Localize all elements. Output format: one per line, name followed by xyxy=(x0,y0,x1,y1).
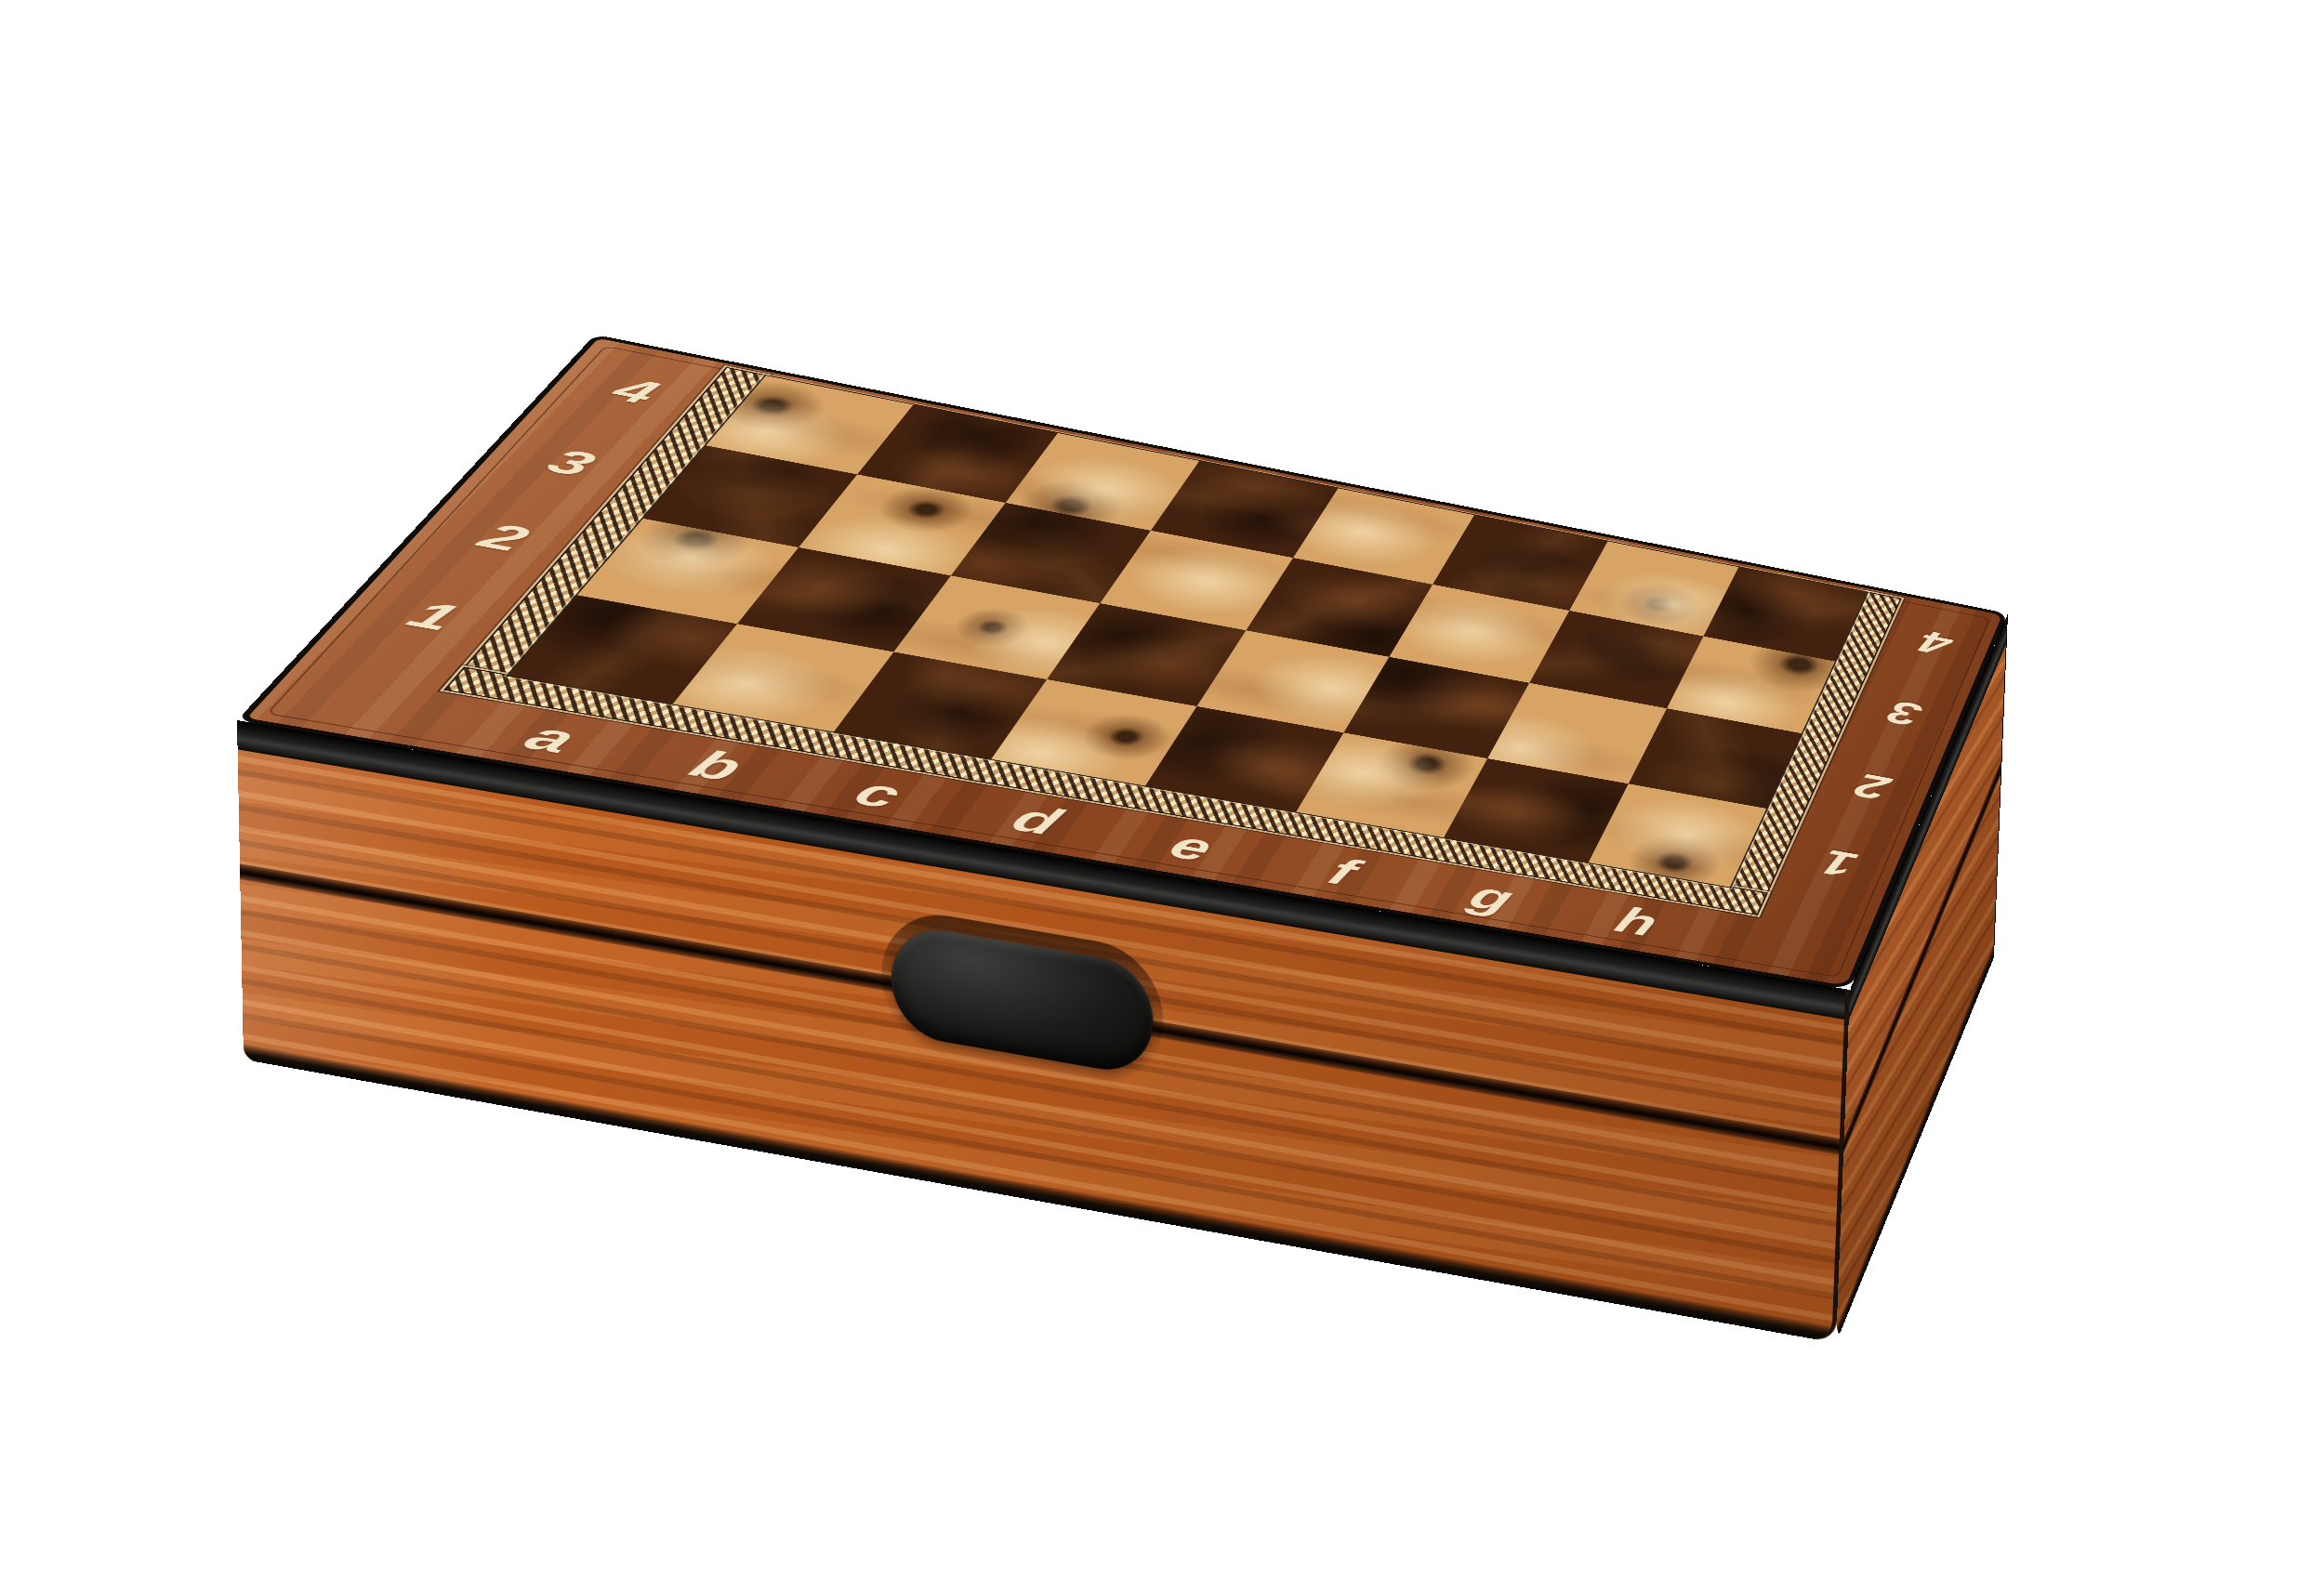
product-photo-stage: abcdefgh43214321 xyxy=(0,0,2324,1593)
front-bottom-trim xyxy=(244,1045,1832,1342)
latch-handle[interactable] xyxy=(891,922,1154,1078)
right-bottom-trim xyxy=(1836,944,1994,1343)
